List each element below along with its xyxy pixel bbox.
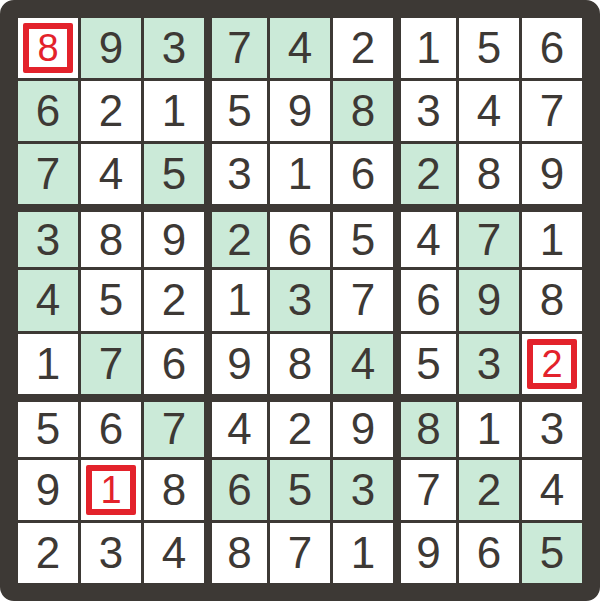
cell-r1c8[interactable]: 5 xyxy=(459,18,519,78)
cell-r3c6[interactable]: 6 xyxy=(333,144,393,204)
cell-r1c6[interactable]: 2 xyxy=(333,18,393,78)
cell-r7c5[interactable]: 2 xyxy=(270,397,330,457)
cell-r9c9[interactable]: 5 xyxy=(522,523,582,583)
cell-r5c3[interactable]: 2 xyxy=(144,270,204,330)
cell-r9c4[interactable]: 8 xyxy=(207,523,267,583)
cell-r9c8[interactable]: 6 xyxy=(459,523,519,583)
cell-r2c5[interactable]: 9 xyxy=(270,81,330,141)
sudoku-board: 8937421566215983477453162893892654714521… xyxy=(0,0,600,601)
cell-r4c1[interactable]: 3 xyxy=(18,207,78,267)
cell-r4c9[interactable]: 1 xyxy=(522,207,582,267)
cell-r1c3[interactable]: 3 xyxy=(144,18,204,78)
cell-r4c2[interactable]: 8 xyxy=(81,207,141,267)
cell-r5c2[interactable]: 5 xyxy=(81,270,141,330)
cell-r1c4[interactable]: 7 xyxy=(207,18,267,78)
cell-r5c4[interactable]: 1 xyxy=(207,270,267,330)
cell-r7c9[interactable]: 3 xyxy=(522,397,582,457)
cell-r5c9[interactable]: 8 xyxy=(522,270,582,330)
cell-r6c9[interactable]: 2 xyxy=(522,334,582,394)
cell-r2c7[interactable]: 3 xyxy=(396,81,456,141)
cell-r7c8[interactable]: 1 xyxy=(459,397,519,457)
cell-r5c8[interactable]: 9 xyxy=(459,270,519,330)
cell-r8c3[interactable]: 8 xyxy=(144,460,204,520)
cell-r3c7[interactable]: 2 xyxy=(396,144,456,204)
cell-r2c4[interactable]: 5 xyxy=(207,81,267,141)
cell-r3c4[interactable]: 3 xyxy=(207,144,267,204)
cell-r7c3[interactable]: 7 xyxy=(144,397,204,457)
cell-r3c1[interactable]: 7 xyxy=(18,144,78,204)
cell-r9c2[interactable]: 3 xyxy=(81,523,141,583)
cell-r8c8[interactable]: 2 xyxy=(459,460,519,520)
cell-r6c4[interactable]: 9 xyxy=(207,334,267,394)
red-highlight-frame: 8 xyxy=(23,23,73,73)
cell-r3c9[interactable]: 9 xyxy=(522,144,582,204)
cell-r2c9[interactable]: 7 xyxy=(522,81,582,141)
cell-r4c7[interactable]: 4 xyxy=(396,207,456,267)
cell-r9c7[interactable]: 9 xyxy=(396,523,456,583)
cell-r4c4[interactable]: 2 xyxy=(207,207,267,267)
cell-r2c8[interactable]: 4 xyxy=(459,81,519,141)
cell-r5c6[interactable]: 7 xyxy=(333,270,393,330)
cell-r3c2[interactable]: 4 xyxy=(81,144,141,204)
cell-r7c7[interactable]: 8 xyxy=(396,397,456,457)
cell-r3c5[interactable]: 1 xyxy=(270,144,330,204)
cell-r2c2[interactable]: 2 xyxy=(81,81,141,141)
cell-r7c2[interactable]: 6 xyxy=(81,397,141,457)
cell-r4c6[interactable]: 5 xyxy=(333,207,393,267)
cell-r4c8[interactable]: 7 xyxy=(459,207,519,267)
cell-r4c5[interactable]: 6 xyxy=(270,207,330,267)
cell-r6c5[interactable]: 8 xyxy=(270,334,330,394)
cell-r8c2[interactable]: 1 xyxy=(81,460,141,520)
cell-r1c5[interactable]: 4 xyxy=(270,18,330,78)
cell-r1c9[interactable]: 6 xyxy=(522,18,582,78)
cell-r9c5[interactable]: 7 xyxy=(270,523,330,583)
cell-r8c5[interactable]: 5 xyxy=(270,460,330,520)
cell-r9c6[interactable]: 1 xyxy=(333,523,393,583)
cell-r5c5[interactable]: 3 xyxy=(270,270,330,330)
cell-r6c6[interactable]: 4 xyxy=(333,334,393,394)
cell-r1c7[interactable]: 1 xyxy=(396,18,456,78)
cell-r7c1[interactable]: 5 xyxy=(18,397,78,457)
cell-r6c7[interactable]: 5 xyxy=(396,334,456,394)
cell-r8c9[interactable]: 4 xyxy=(522,460,582,520)
cell-r6c3[interactable]: 6 xyxy=(144,334,204,394)
cell-r9c3[interactable]: 4 xyxy=(144,523,204,583)
cell-r6c1[interactable]: 1 xyxy=(18,334,78,394)
cell-r1c1[interactable]: 8 xyxy=(18,18,78,78)
cell-r8c1[interactable]: 9 xyxy=(18,460,78,520)
cell-r8c4[interactable]: 6 xyxy=(207,460,267,520)
cell-r3c8[interactable]: 8 xyxy=(459,144,519,204)
cell-r4c3[interactable]: 9 xyxy=(144,207,204,267)
cell-r2c3[interactable]: 1 xyxy=(144,81,204,141)
red-highlight-frame: 1 xyxy=(86,465,136,515)
cell-r6c8[interactable]: 3 xyxy=(459,334,519,394)
cell-r2c6[interactable]: 8 xyxy=(333,81,393,141)
cell-r5c7[interactable]: 6 xyxy=(396,270,456,330)
cell-r5c1[interactable]: 4 xyxy=(18,270,78,330)
cell-r3c3[interactable]: 5 xyxy=(144,144,204,204)
cell-r6c2[interactable]: 7 xyxy=(81,334,141,394)
red-highlight-frame: 2 xyxy=(527,339,577,389)
cell-r8c6[interactable]: 3 xyxy=(333,460,393,520)
cell-r9c1[interactable]: 2 xyxy=(18,523,78,583)
cell-r7c6[interactable]: 9 xyxy=(333,397,393,457)
cell-r8c7[interactable]: 7 xyxy=(396,460,456,520)
cell-r2c1[interactable]: 6 xyxy=(18,81,78,141)
cell-r7c4[interactable]: 4 xyxy=(207,397,267,457)
cell-r1c2[interactable]: 9 xyxy=(81,18,141,78)
